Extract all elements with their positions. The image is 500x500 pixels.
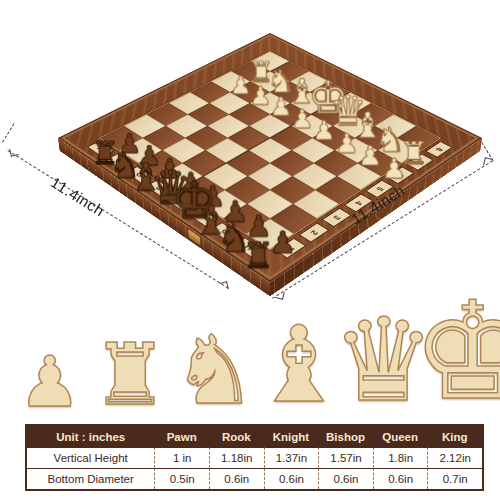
spec-value: 0.5in [154,468,209,489]
spec-row-label: Bottom Diameter [27,468,154,489]
spec-value: 0.6in [373,468,428,489]
spec-header-bishop: Bishop [318,426,373,447]
product-image-chess-set: { "game": "chess", "position": { "fen": … [0,0,500,500]
chess-board: ♜♞♝♚♛♝♞♜♟♟♟♟♟♟♟♟♟♟♟♟♟♟♟♟♜♞♝♛♚♝♞♜ ABCDEFG… [58,33,482,283]
lineup-piece-king: ♚ [412,290,488,414]
spec-value: 0.6in [318,468,373,489]
piece-lineup: ♟ ♜ ♞ ♝ ♛ ♚ [0,252,500,414]
spec-header-queen: Queen [373,426,428,447]
spec-value: 1.37in [264,447,319,468]
spec-header-pawn: Pawn [154,426,209,447]
lineup-piece-pawn: ♟ [12,350,88,414]
lineup-piece-queen: ♛ [332,308,408,414]
pawn-glyph: ♟ [378,155,410,183]
dimension-extension [2,123,15,142]
board-top-face: ♜♞♝♚♛♝♞♜♟♟♟♟♟♟♟♟♟♟♟♟♟♟♟♟♜♞♝♛♚♝♞♜ ABCDEFG… [58,33,482,283]
spec-value: 0.6in [209,468,264,489]
dimension-label-left: 11.4inch [48,173,108,219]
lineup-piece-rook: ♜ [92,336,168,414]
lineup-piece-knight: ♞ [172,327,248,414]
lineup-piece-bishop: ♝ [252,317,328,414]
spec-header-unit: Unit : inches [27,426,154,447]
spec-header-rook: Rook [209,426,264,447]
spec-value: 1 in [154,447,209,468]
spec-header-king: King [427,426,482,447]
spec-value: 2.12in [427,447,482,468]
spec-table: Unit : inches Pawn Rook Knight Bishop Qu… [25,424,484,491]
spec-header-knight: Knight [264,426,319,447]
spec-value: 1.57in [318,447,373,468]
playing-area: ♜♞♝♚♛♝♞♜♟♟♟♟♟♟♟♟♟♟♟♟♟♟♟♟♜♞♝♛♚♝♞♜ [100,52,439,250]
spec-value: 0.6in [264,468,319,489]
spec-value: 1.18in [209,447,264,468]
rank-label-3: 3 [322,208,352,227]
spec-value: 1.8in [373,447,428,468]
spec-value: 0.7in [427,468,482,489]
spec-row-label: Vertical Height [27,447,154,468]
